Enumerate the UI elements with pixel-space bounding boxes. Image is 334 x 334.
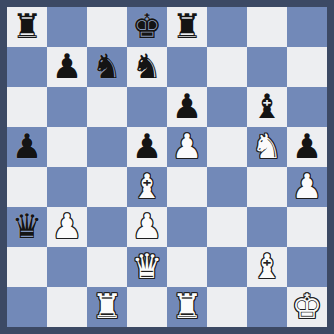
white-rook: ♜: [172, 287, 202, 326]
square-a6[interactable]: [7, 87, 47, 127]
white-knight: ♞: [252, 127, 282, 166]
square-c6[interactable]: [87, 87, 127, 127]
black-pawn: ♟: [132, 127, 162, 166]
square-b4[interactable]: [47, 167, 87, 207]
square-a5[interactable]: ♟: [7, 127, 47, 167]
square-d8[interactable]: ♚: [127, 7, 167, 47]
black-pawn: ♟: [292, 127, 322, 166]
white-pawn: ♟: [292, 167, 322, 206]
square-g8[interactable]: [247, 7, 287, 47]
square-a2[interactable]: [7, 247, 47, 287]
black-knight: ♞: [132, 47, 162, 86]
white-pawn: ♟: [132, 207, 162, 246]
black-bishop: ♝: [252, 87, 282, 126]
square-h6[interactable]: [287, 87, 327, 127]
square-c4[interactable]: [87, 167, 127, 207]
square-d2[interactable]: ♛: [127, 247, 167, 287]
square-b1[interactable]: [47, 287, 87, 327]
chess-board: ♜♚♜♟♞♞♟♝♟♟♟♞♟♝♟♛♟♟♛♝♜♜♚: [7, 7, 327, 327]
black-pawn: ♟: [52, 47, 82, 86]
square-g3[interactable]: [247, 207, 287, 247]
square-e4[interactable]: [167, 167, 207, 207]
square-c3[interactable]: [87, 207, 127, 247]
square-b3[interactable]: ♟: [47, 207, 87, 247]
black-rook: ♜: [12, 7, 42, 46]
square-a1[interactable]: [7, 287, 47, 327]
square-c2[interactable]: [87, 247, 127, 287]
square-h4[interactable]: ♟: [287, 167, 327, 207]
square-e8[interactable]: ♜: [167, 7, 207, 47]
square-g5[interactable]: ♞: [247, 127, 287, 167]
black-pawn: ♟: [12, 127, 42, 166]
white-pawn: ♟: [172, 127, 202, 166]
black-king: ♚: [132, 7, 162, 46]
square-f6[interactable]: [207, 87, 247, 127]
white-bishop: ♝: [252, 247, 282, 286]
square-a8[interactable]: ♜: [7, 7, 47, 47]
square-e2[interactable]: [167, 247, 207, 287]
square-b2[interactable]: [47, 247, 87, 287]
square-c1[interactable]: ♜: [87, 287, 127, 327]
square-a3[interactable]: ♛: [7, 207, 47, 247]
square-e7[interactable]: [167, 47, 207, 87]
square-h8[interactable]: [287, 7, 327, 47]
square-g6[interactable]: ♝: [247, 87, 287, 127]
square-f1[interactable]: [207, 287, 247, 327]
square-b5[interactable]: [47, 127, 87, 167]
square-f8[interactable]: [207, 7, 247, 47]
square-a7[interactable]: [7, 47, 47, 87]
square-d7[interactable]: ♞: [127, 47, 167, 87]
square-h7[interactable]: [287, 47, 327, 87]
square-d6[interactable]: [127, 87, 167, 127]
square-b6[interactable]: [47, 87, 87, 127]
white-pawn: ♟: [52, 207, 82, 246]
square-f5[interactable]: [207, 127, 247, 167]
black-pawn: ♟: [172, 87, 202, 126]
white-king: ♚: [292, 287, 322, 326]
square-c7[interactable]: ♞: [87, 47, 127, 87]
white-queen: ♛: [132, 247, 162, 286]
square-d3[interactable]: ♟: [127, 207, 167, 247]
square-a4[interactable]: [7, 167, 47, 207]
white-rook: ♜: [92, 287, 122, 326]
square-b8[interactable]: [47, 7, 87, 47]
black-rook: ♜: [172, 7, 202, 46]
square-f3[interactable]: [207, 207, 247, 247]
black-queen: ♛: [12, 207, 42, 246]
square-c8[interactable]: [87, 7, 127, 47]
square-h2[interactable]: [287, 247, 327, 287]
square-h1[interactable]: ♚: [287, 287, 327, 327]
square-e3[interactable]: [167, 207, 207, 247]
square-g1[interactable]: [247, 287, 287, 327]
square-f7[interactable]: [207, 47, 247, 87]
chess-board-frame: ♜♚♜♟♞♞♟♝♟♟♟♞♟♝♟♛♟♟♛♝♜♜♚: [0, 0, 334, 334]
square-g2[interactable]: ♝: [247, 247, 287, 287]
square-h5[interactable]: ♟: [287, 127, 327, 167]
square-b7[interactable]: ♟: [47, 47, 87, 87]
square-g4[interactable]: [247, 167, 287, 207]
square-e1[interactable]: ♜: [167, 287, 207, 327]
square-h3[interactable]: [287, 207, 327, 247]
square-f2[interactable]: [207, 247, 247, 287]
square-e5[interactable]: ♟: [167, 127, 207, 167]
black-knight: ♞: [92, 47, 122, 86]
square-d5[interactable]: ♟: [127, 127, 167, 167]
square-e6[interactable]: ♟: [167, 87, 207, 127]
square-g7[interactable]: [247, 47, 287, 87]
white-bishop: ♝: [132, 167, 162, 206]
square-f4[interactable]: [207, 167, 247, 207]
square-d1[interactable]: [127, 287, 167, 327]
square-c5[interactable]: [87, 127, 127, 167]
square-d4[interactable]: ♝: [127, 167, 167, 207]
